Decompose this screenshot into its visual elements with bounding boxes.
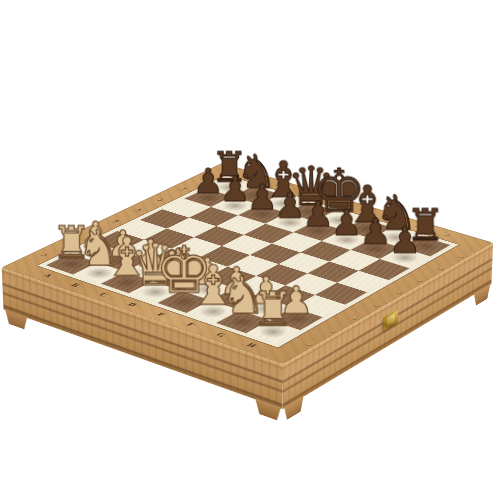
square-h1[interactable]: ♜	[246, 320, 300, 343]
box-foot	[5, 309, 28, 331]
scene-3d: ABCDEFGH12345678 ♜♞♝♛♚♝♞♜♟♟♟♟♟♟♟♟♟♟♟♟♟♟♟…	[0, 0, 500, 500]
product-photo-canvas: ABCDEFGH12345678 ♜♞♝♛♚♝♞♜♟♟♟♟♟♟♟♟♟♟♟♟♟♟♟…	[0, 0, 500, 500]
brass-screw-icon	[305, 343, 313, 346]
box-foot	[284, 396, 304, 422]
brass-screw-icon	[351, 317, 358, 320]
piece-white-rook[interactable]: ♜	[235, 242, 312, 332]
brass-latch-icon	[383, 309, 399, 332]
chess-board-box: ABCDEFGH12345678 ♜♞♝♛♚♝♞♜♟♟♟♟♟♟♟♟♟♟♟♟♟♟♟…	[2, 163, 493, 364]
box-foot	[255, 398, 281, 422]
piece-black-pawn[interactable]: ♟	[369, 174, 441, 258]
brass-screw-icon	[458, 256, 465, 259]
brass-screw-icon	[329, 330, 336, 333]
brass-screw-icon	[395, 292, 402, 295]
brass-screw-icon	[417, 279, 424, 282]
brass-screw-icon	[373, 304, 380, 307]
brass-screw-icon	[437, 267, 444, 270]
box-foot	[473, 284, 490, 307]
